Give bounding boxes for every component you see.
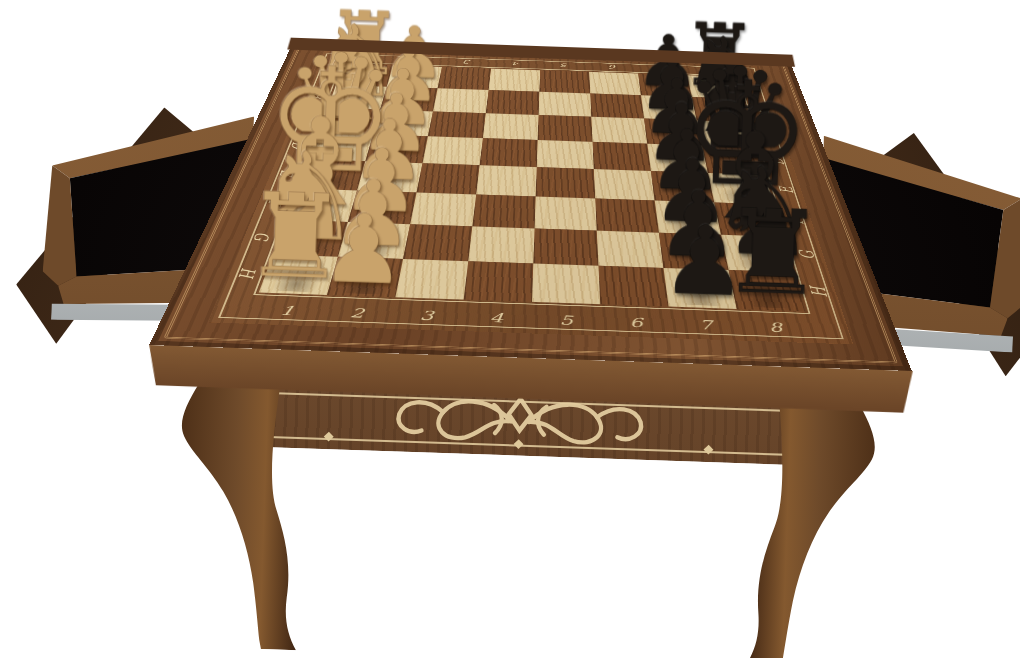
coord-left-F: F — [241, 195, 308, 212]
table-scene: ♜♟♟♜♞♟♟♞♝♟♟♝♛♟♟♛♚♟♟♚♝♟♟♝♞♟♟♞♜♟♟♜ 1234567… — [0, 0, 1020, 658]
square-b3[interactable] — [433, 88, 489, 113]
coord-left-A: A — [299, 68, 353, 80]
square-e6[interactable] — [594, 169, 655, 200]
coord-right-B: B — [734, 104, 789, 117]
piece-black-pawn[interactable]: ♟ — [660, 215, 749, 308]
square-a5[interactable] — [539, 70, 590, 93]
coord-left-B: B — [289, 89, 345, 101]
coord-back-3: 3 — [442, 56, 492, 67]
tabletop: ♜♟♟♜♞♟♟♞♝♟♟♝♛♟♟♛♚♟♟♚♝♟♟♝♞♟♟♞♜♟♟♜ 1234567… — [149, 45, 912, 371]
coord-right-C: C — [740, 128, 798, 142]
square-a3[interactable] — [438, 67, 491, 90]
coord-back-7: 7 — [637, 63, 687, 74]
coord-right-D: D — [747, 154, 807, 169]
square-d5[interactable] — [537, 140, 594, 169]
square-h4[interactable] — [464, 261, 534, 302]
coord-back-2: 2 — [393, 55, 444, 66]
photo-stage: ♜♟♟♜♞♟♟♞♝♟♟♝♛♟♟♛♚♟♟♚♝♟♟♝♞♟♟♞♜♟♟♜ 1234567… — [0, 0, 1020, 658]
coord-left-G: G — [226, 227, 296, 245]
square-f3[interactable] — [410, 192, 476, 226]
coord-left-E: E — [254, 165, 318, 180]
square-c3[interactable] — [428, 111, 486, 138]
piece-white-pawn[interactable]: ♟ — [319, 203, 408, 296]
square-f6[interactable] — [595, 198, 659, 232]
coord-right-G: G — [773, 246, 842, 265]
square-h5[interactable] — [532, 263, 600, 304]
square-c6[interactable] — [591, 117, 647, 144]
coord-back-5: 5 — [540, 60, 589, 71]
coord-right-H: H — [783, 282, 855, 302]
coord-back-8: 8 — [685, 65, 736, 76]
square-g5[interactable] — [533, 228, 598, 265]
square-f4[interactable] — [472, 194, 535, 228]
coord-back-4: 4 — [491, 58, 540, 69]
square-e3[interactable] — [417, 163, 480, 194]
square-h6[interactable] — [598, 266, 668, 307]
coord-right-A: A — [727, 82, 780, 94]
coord-right-F: F — [763, 213, 829, 230]
square-c4[interactable] — [483, 113, 539, 140]
coord-right-E: E — [755, 182, 818, 198]
coord-left-C: C — [278, 113, 336, 126]
square-b5[interactable] — [539, 92, 592, 117]
square-d4[interactable] — [480, 138, 538, 167]
square-e5[interactable] — [536, 167, 596, 198]
square-h3[interactable] — [395, 259, 468, 300]
chess-board: ♜♟♟♜♞♟♟♞♝♟♟♝♛♟♟♛♚♟♟♚♝♟♟♝♞♟♟♞♜♟♟♜ 1234567… — [208, 51, 853, 344]
coord-left-D: D — [267, 138, 328, 152]
camera-tilt-wrapper: ♜♟♟♜♞♟♟♞♝♟♟♝♛♟♟♛♚♟♟♚♝♟♟♝♞♟♟♞♜♟♟♜ 1234567… — [0, 0, 1020, 658]
square-b4[interactable] — [486, 90, 540, 115]
square-f5[interactable] — [535, 196, 597, 230]
coord-back-1: 1 — [344, 53, 396, 64]
square-a6[interactable] — [589, 72, 641, 95]
coord-left-H: H — [210, 263, 284, 283]
square-h2[interactable]: ♟ — [327, 257, 403, 297]
square-h7[interactable]: ♟ — [664, 268, 737, 309]
square-d3[interactable] — [423, 136, 483, 165]
square-e4[interactable] — [476, 165, 537, 196]
square-b6[interactable] — [590, 94, 644, 119]
coord-back-6: 6 — [589, 61, 638, 72]
square-a4[interactable] — [489, 69, 541, 92]
